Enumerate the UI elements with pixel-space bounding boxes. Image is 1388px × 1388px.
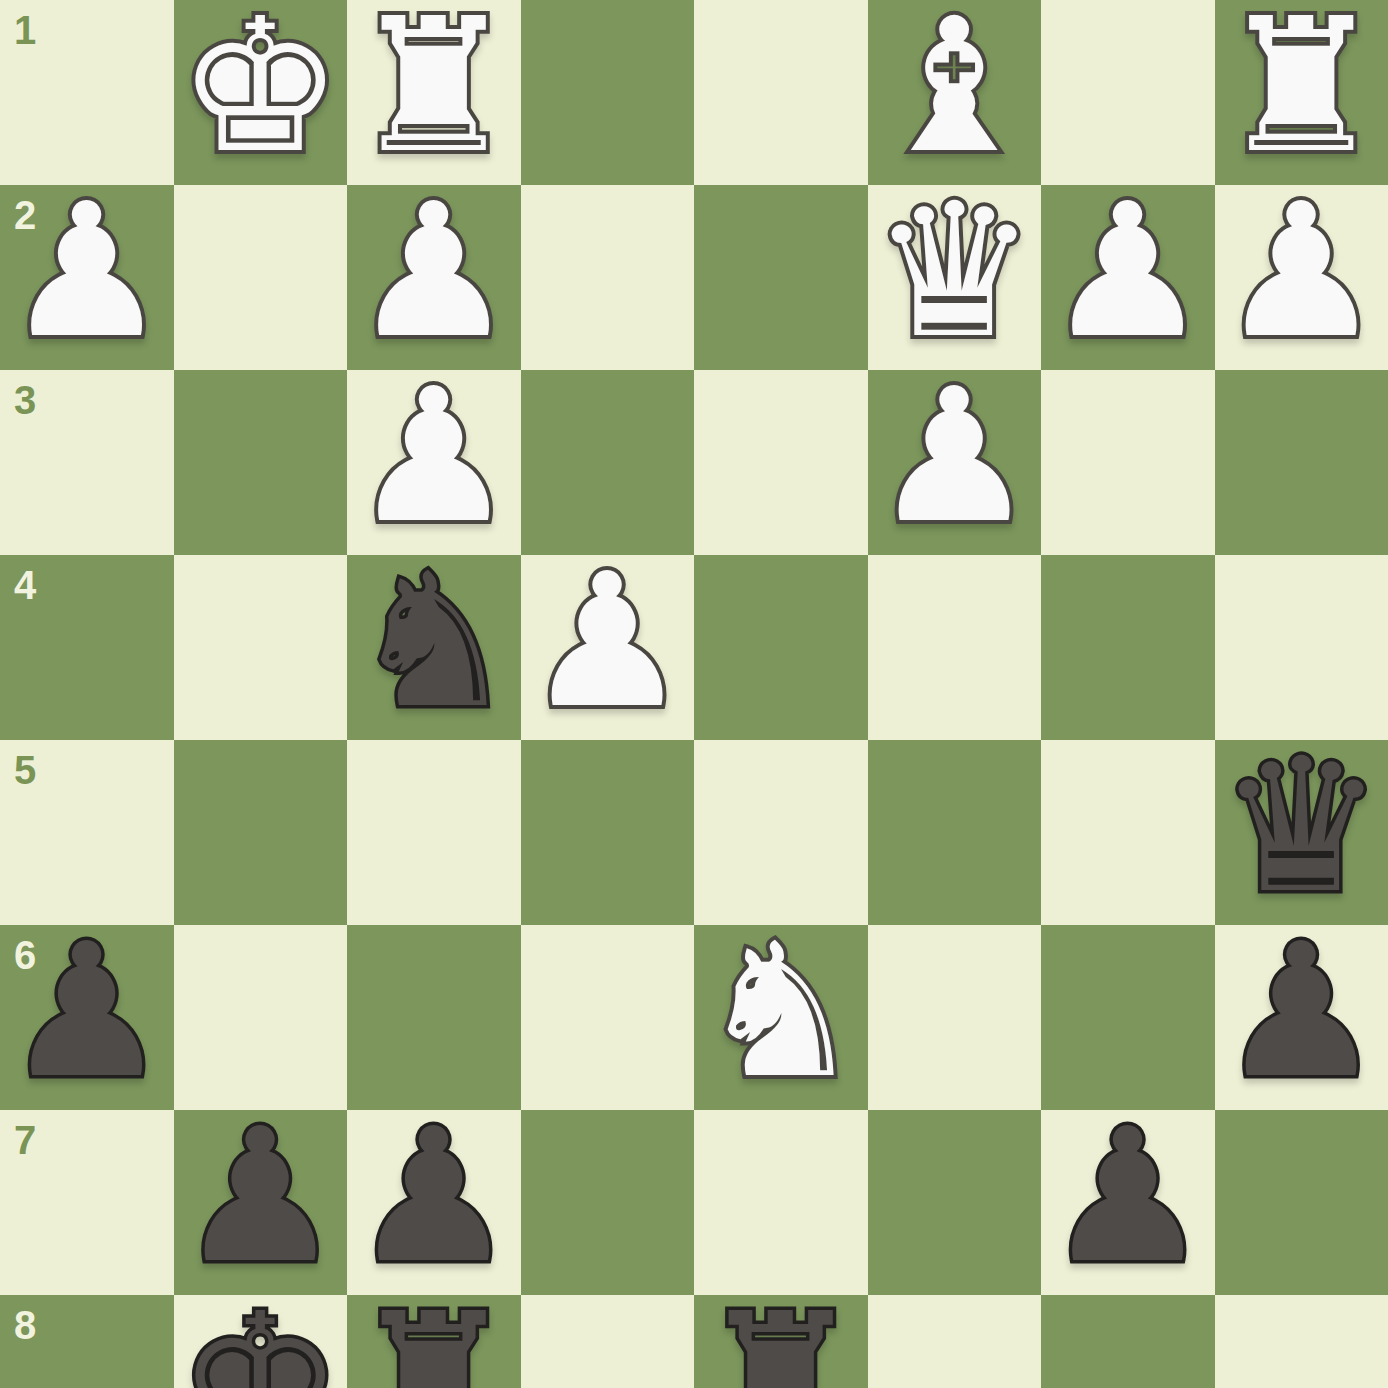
black-pawn[interactable]: ♟ (1045, 1104, 1211, 1289)
white-pawn[interactable]: ♟ (524, 549, 690, 734)
square-b7[interactable]: ♟ (1041, 1110, 1215, 1295)
square-b2[interactable]: ♟ (1041, 185, 1215, 370)
white-pawn[interactable]: ♟ (4, 179, 170, 364)
white-pawn[interactable]: ♟ (1218, 179, 1384, 364)
square-f5[interactable] (347, 740, 521, 925)
square-a1[interactable]: ♜ (1215, 0, 1388, 185)
square-d3[interactable] (694, 370, 868, 555)
square-b4[interactable] (1041, 555, 1215, 740)
square-a4[interactable] (1215, 555, 1388, 740)
black-king[interactable]: ♚ (177, 1289, 343, 1388)
rank-label-3: 3 (14, 380, 36, 420)
square-g6[interactable] (174, 925, 348, 1110)
square-g2[interactable] (174, 185, 348, 370)
chess-board: 1♚♜♝♜2♟♟♛♟♟3♟♟4♞♟5♛6♟♞♟7♟♟♟8hg♚f♜ed♜cba (0, 0, 1388, 1388)
rank-label-8: 8 (14, 1305, 36, 1345)
square-h2[interactable]: 2♟ (0, 185, 174, 370)
square-b6[interactable] (1041, 925, 1215, 1110)
square-f6[interactable] (347, 925, 521, 1110)
square-e3[interactable] (521, 370, 695, 555)
square-d1[interactable] (694, 0, 868, 185)
square-c7[interactable] (868, 1110, 1042, 1295)
square-c4[interactable] (868, 555, 1042, 740)
square-g4[interactable] (174, 555, 348, 740)
square-f8[interactable]: f♜ (347, 1295, 521, 1388)
square-b5[interactable] (1041, 740, 1215, 925)
square-e2[interactable] (521, 185, 695, 370)
black-rook[interactable]: ♜ (351, 1289, 517, 1388)
square-h8[interactable]: 8h (0, 1295, 174, 1388)
square-c5[interactable] (868, 740, 1042, 925)
square-h5[interactable]: 5 (0, 740, 174, 925)
square-h7[interactable]: 7 (0, 1110, 174, 1295)
white-knight[interactable]: ♞ (698, 919, 864, 1104)
white-rook[interactable]: ♜ (1218, 0, 1384, 179)
square-e5[interactable] (521, 740, 695, 925)
square-h1[interactable]: 1 (0, 0, 174, 185)
square-h3[interactable]: 3 (0, 370, 174, 555)
square-h4[interactable]: 4 (0, 555, 174, 740)
square-e7[interactable] (521, 1110, 695, 1295)
white-pawn[interactable]: ♟ (1045, 179, 1211, 364)
square-e4[interactable]: ♟ (521, 555, 695, 740)
square-e1[interactable] (521, 0, 695, 185)
square-d6[interactable]: ♞ (694, 925, 868, 1110)
square-g3[interactable] (174, 370, 348, 555)
square-a3[interactable] (1215, 370, 1388, 555)
white-bishop[interactable]: ♝ (871, 0, 1037, 179)
square-g1[interactable]: ♚ (174, 0, 348, 185)
square-a7[interactable] (1215, 1110, 1388, 1295)
rank-label-1: 1 (14, 10, 36, 50)
black-pawn[interactable]: ♟ (177, 1104, 343, 1289)
rank-label-5: 5 (14, 750, 36, 790)
white-pawn[interactable]: ♟ (351, 179, 517, 364)
square-g5[interactable] (174, 740, 348, 925)
white-rook[interactable]: ♜ (351, 0, 517, 179)
black-pawn[interactable]: ♟ (1218, 919, 1384, 1104)
rank-label-4: 4 (14, 565, 36, 605)
square-c2[interactable]: ♛ (868, 185, 1042, 370)
square-f4[interactable]: ♞ (347, 555, 521, 740)
square-b3[interactable] (1041, 370, 1215, 555)
square-a2[interactable]: ♟ (1215, 185, 1388, 370)
square-f1[interactable]: ♜ (347, 0, 521, 185)
square-b8[interactable]: b (1041, 1295, 1215, 1388)
white-king[interactable]: ♚ (177, 0, 343, 179)
square-a5[interactable]: ♛ (1215, 740, 1388, 925)
square-d8[interactable]: d♜ (694, 1295, 868, 1388)
square-c6[interactable] (868, 925, 1042, 1110)
square-c1[interactable]: ♝ (868, 0, 1042, 185)
square-a8[interactable]: a (1215, 1295, 1388, 1388)
black-rook[interactable]: ♜ (698, 1289, 864, 1388)
square-g7[interactable]: ♟ (174, 1110, 348, 1295)
square-c3[interactable]: ♟ (868, 370, 1042, 555)
square-b1[interactable] (1041, 0, 1215, 185)
black-pawn[interactable]: ♟ (351, 1104, 517, 1289)
white-pawn[interactable]: ♟ (871, 364, 1037, 549)
square-f3[interactable]: ♟ (347, 370, 521, 555)
black-knight[interactable]: ♞ (351, 549, 517, 734)
square-g8[interactable]: g♚ (174, 1295, 348, 1388)
black-queen[interactable]: ♛ (1218, 734, 1384, 919)
square-e8[interactable]: e (521, 1295, 695, 1388)
white-pawn[interactable]: ♟ (351, 364, 517, 549)
square-a6[interactable]: ♟ (1215, 925, 1388, 1110)
square-d5[interactable] (694, 740, 868, 925)
square-f7[interactable]: ♟ (347, 1110, 521, 1295)
square-d7[interactable] (694, 1110, 868, 1295)
square-h6[interactable]: 6♟ (0, 925, 174, 1110)
square-c8[interactable]: c (868, 1295, 1042, 1388)
square-d2[interactable] (694, 185, 868, 370)
square-e6[interactable] (521, 925, 695, 1110)
rank-label-7: 7 (14, 1120, 36, 1160)
square-d4[interactable] (694, 555, 868, 740)
white-queen[interactable]: ♛ (871, 179, 1037, 364)
square-f2[interactable]: ♟ (347, 185, 521, 370)
black-pawn[interactable]: ♟ (4, 919, 170, 1104)
